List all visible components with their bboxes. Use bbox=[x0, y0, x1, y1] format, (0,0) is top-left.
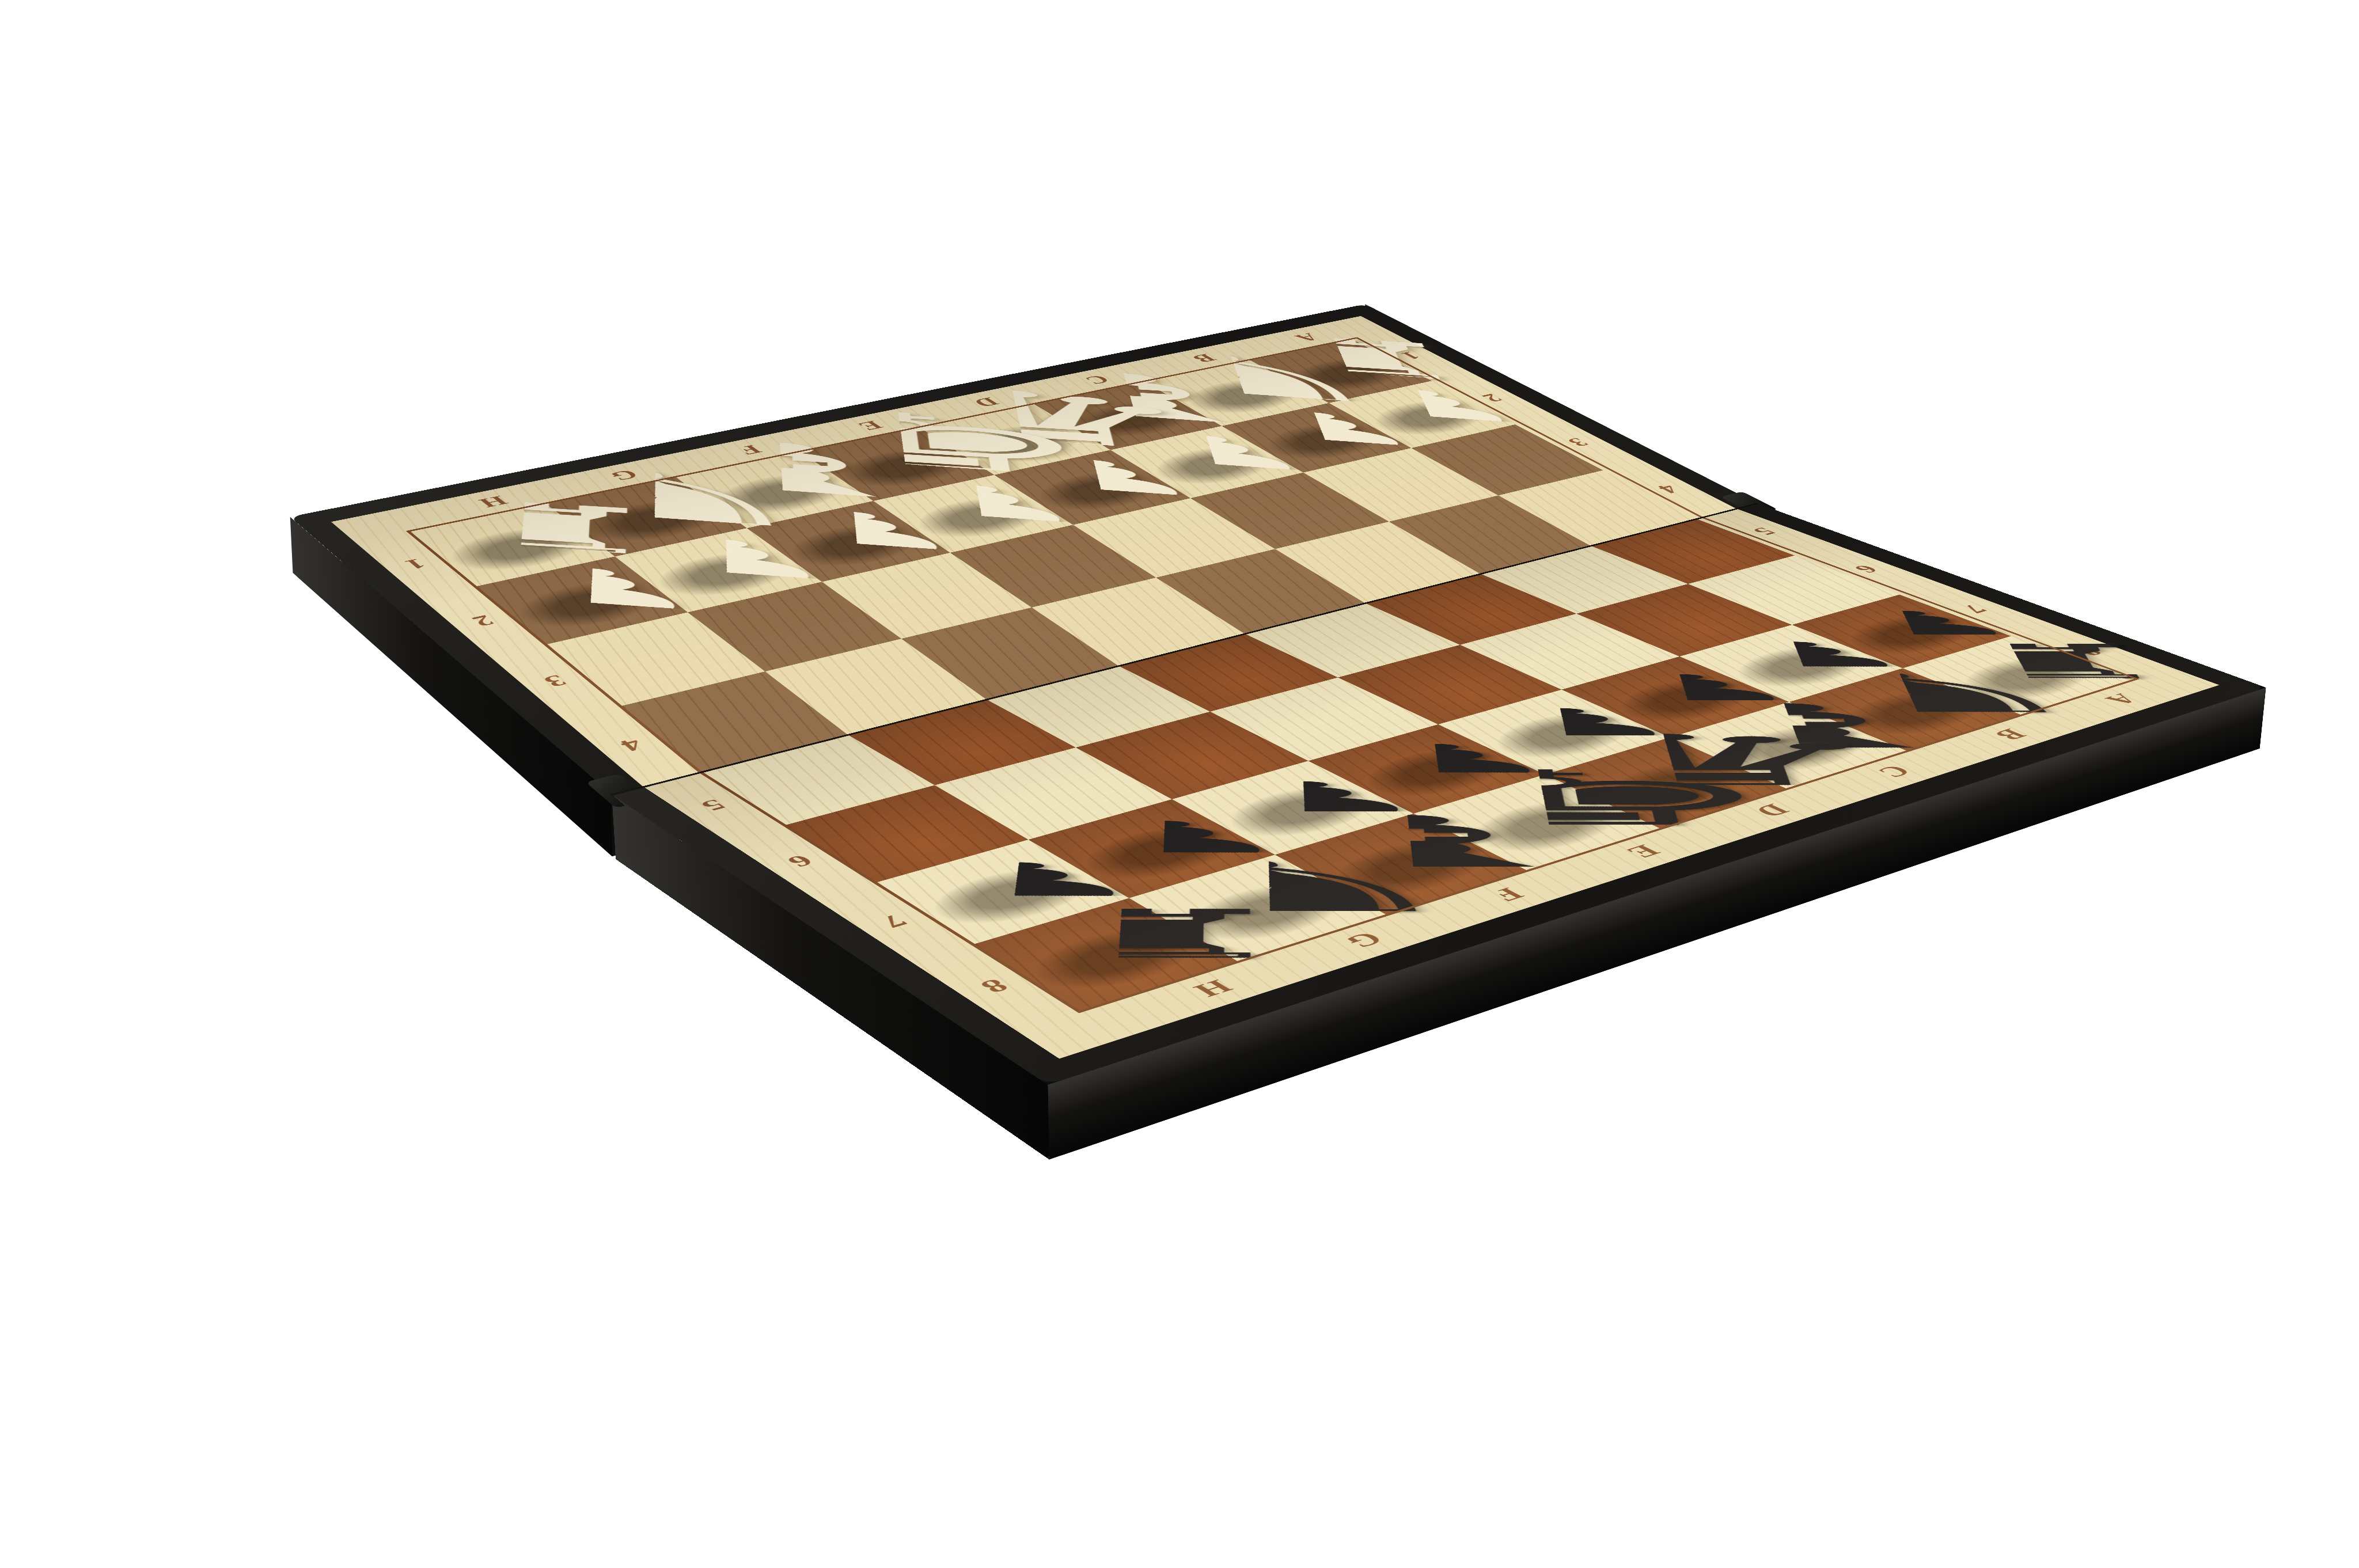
piece-shadow bbox=[1308, 830, 1512, 907]
black-king-e8: ♚ bbox=[1534, 753, 1549, 827]
square-f8: ♝ bbox=[1275, 814, 1526, 914]
piece-shadow bbox=[907, 856, 1116, 936]
square-h6 bbox=[786, 785, 1028, 882]
perspective-scene: HGFEDCBA 1234 1234 ♜♞♝♚♛♝♞♜♟♟♟♟♟♟♟♟ bbox=[0, 0, 2359, 1568]
piece-shadow bbox=[1203, 776, 1400, 848]
square-g6 bbox=[935, 747, 1172, 840]
piece-shadow bbox=[1447, 790, 1645, 864]
scene-rotation: HGFEDCBA 1234 1234 ♜♞♝♚♛♝♞♜♟♟♟♟♟♟♟♟ bbox=[0, 0, 2359, 1568]
piece-glyph: ♝ bbox=[1177, 807, 1651, 878]
white-pawn-c2: ♟ bbox=[1203, 427, 1216, 467]
black-bishop-f8: ♝ bbox=[1406, 799, 1414, 870]
black-pawn-f7: ♟ bbox=[1303, 772, 1304, 813]
fold-hinge-right bbox=[1720, 491, 1778, 515]
square-f7: ♟ bbox=[1172, 761, 1413, 855]
white-pawn-h2: ♟ bbox=[590, 557, 593, 606]
square-h7: ♟ bbox=[877, 840, 1129, 944]
square-h2: ♟ bbox=[477, 556, 688, 644]
square-c8: ♝ bbox=[1670, 702, 1906, 788]
rank-label-2: 2 bbox=[421, 586, 547, 657]
white-pawn-g2: ♟ bbox=[726, 529, 727, 576]
black-pawn-a7: ♟ bbox=[1898, 603, 1914, 636]
square-e6 bbox=[1210, 677, 1438, 761]
piece-shadow bbox=[1340, 739, 1531, 807]
piece-glyph: ♟ bbox=[1019, 816, 1307, 860]
piece-glyph: ♟ bbox=[866, 857, 1164, 903]
square-h8: ♜ bbox=[975, 898, 1238, 1011]
piece-glyph: ♚ bbox=[1288, 761, 1812, 837]
square-g8: ♞ bbox=[1129, 855, 1386, 961]
square-d6 bbox=[1338, 645, 1561, 724]
square-f6 bbox=[1076, 712, 1309, 799]
square-e8: ♚ bbox=[1413, 774, 1659, 870]
white-rook-h1: ♜ bbox=[521, 488, 526, 550]
piece-glyph: ♟ bbox=[1165, 776, 1446, 818]
black-rook-h8: ♜ bbox=[1118, 894, 1123, 960]
square-h3 bbox=[547, 612, 765, 705]
piece-shadow bbox=[1007, 916, 1223, 1003]
chess-board: HGFEDCBA 1234 1234 ♜♞♝♚♛♝♞♜♟♟♟♟♟♟♟♟ bbox=[290, 304, 2256, 1170]
white-pawn-d2: ♟ bbox=[1091, 450, 1101, 492]
piece-glyph: ♞ bbox=[1039, 851, 1501, 923]
piece-shadow bbox=[1059, 815, 1261, 891]
black-pawn-g7: ♟ bbox=[1163, 811, 1165, 854]
black-pawn-h7: ♟ bbox=[1014, 852, 1020, 897]
black-queen-d8: ♛ bbox=[1659, 718, 1679, 788]
piece-shadow bbox=[1162, 872, 1371, 954]
piece-glyph: ♜ bbox=[906, 901, 1330, 969]
white-pawn-e2: ♟ bbox=[974, 476, 982, 519]
white-pawn-f2: ♟ bbox=[853, 502, 858, 546]
black-knight-g8: ♞ bbox=[1268, 843, 1270, 914]
square-g7: ♟ bbox=[1029, 799, 1275, 898]
piece-glyph: ♟ bbox=[464, 556, 716, 619]
product-photo-canvas: HGFEDCBA 1234 1234 ♜♞♝♚♛♝♞♜♟♟♟♟♟♟♟♟ bbox=[0, 0, 2359, 1568]
square-d8: ♛ bbox=[1545, 738, 1786, 829]
